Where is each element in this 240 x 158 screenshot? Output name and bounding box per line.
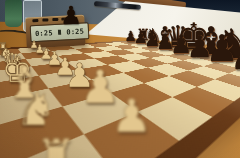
clock-button bbox=[52, 18, 58, 21]
white-time: 0:25 bbox=[35, 29, 53, 38]
board-squares bbox=[0, 41, 240, 158]
green-bottle bbox=[5, 0, 22, 27]
chess-board bbox=[0, 40, 240, 158]
move-indicator bbox=[58, 30, 61, 35]
photo-stage: 0:25 0:25 ♟ ♜♞♝♛♚♝♞♜♟♟♟♟♟♟♟♟♟♟♟♟♟♟♟♟♜♞♝♛… bbox=[0, 0, 240, 158]
clock-button bbox=[32, 19, 38, 22]
captured-black-pawn: ♟ bbox=[60, 3, 82, 28]
clock-button bbox=[42, 18, 48, 21]
